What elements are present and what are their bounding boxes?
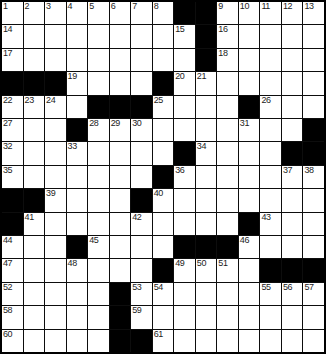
cell-r5c3[interactable]: 24: [45, 96, 66, 118]
clue-number-49: 49: [175, 259, 184, 268]
clue-number-46: 46: [240, 236, 249, 245]
black-cell-r9c7: [131, 189, 152, 211]
black-cell-r11c4: [67, 236, 88, 258]
cell-r9c12[interactable]: [239, 189, 260, 211]
cell-r5c15[interactable]: [303, 96, 324, 118]
cell-r10c3[interactable]: [45, 213, 66, 235]
cell-r6c11[interactable]: [217, 119, 238, 141]
clue-number-60: 60: [3, 330, 12, 339]
black-cell-r1c10: [196, 2, 217, 24]
cell-r6c6[interactable]: 29: [110, 119, 131, 141]
cell-r2c15[interactable]: [303, 25, 324, 47]
clue-number-23: 23: [25, 96, 34, 105]
cell-r4c9[interactable]: 20: [174, 72, 195, 94]
cell-r13c13[interactable]: 55: [260, 283, 281, 305]
cell-r9c13[interactable]: [260, 189, 281, 211]
clue-number-16: 16: [218, 25, 227, 34]
cell-r15c5[interactable]: [88, 330, 109, 352]
black-cell-r5c5: [88, 96, 109, 118]
cell-r2c14[interactable]: [282, 25, 303, 47]
black-cell-r3c10: [196, 49, 217, 71]
cell-r12c9[interactable]: 49: [174, 259, 195, 281]
clue-number-8: 8: [154, 2, 159, 11]
black-cell-r8c8: [153, 166, 174, 188]
clue-number-33: 33: [68, 142, 77, 151]
cell-r12c10[interactable]: 50: [196, 259, 217, 281]
cell-r8c2[interactable]: [24, 166, 45, 188]
clue-number-44: 44: [3, 236, 12, 245]
cell-r9c9[interactable]: [174, 189, 195, 211]
cell-r3c14[interactable]: [282, 49, 303, 71]
cell-r11c5[interactable]: 45: [88, 236, 109, 258]
clue-number-13: 13: [304, 2, 313, 11]
black-cell-r7c9: [174, 142, 195, 164]
cell-r2c7[interactable]: [131, 25, 152, 47]
black-cell-r5c7: [131, 96, 152, 118]
cell-r12c2[interactable]: [24, 259, 45, 281]
cell-r11c13[interactable]: [260, 236, 281, 258]
cell-r8c1[interactable]: 35: [2, 166, 23, 188]
black-cell-r5c12: [239, 96, 260, 118]
cell-r5c14[interactable]: [282, 96, 303, 118]
cell-r10c13[interactable]: 43: [260, 213, 281, 235]
cell-r1c11[interactable]: 9: [217, 2, 238, 24]
black-cell-r7c14: [282, 142, 303, 164]
cell-r9c14[interactable]: [282, 189, 303, 211]
cell-r1c14[interactable]: 12: [282, 2, 303, 24]
cell-r11c8[interactable]: [153, 236, 174, 258]
clue-number-31: 31: [240, 119, 249, 128]
cell-r3c13[interactable]: [260, 49, 281, 71]
cell-r2c6[interactable]: [110, 25, 131, 47]
clue-number-18: 18: [218, 49, 227, 58]
clue-number-47: 47: [3, 259, 12, 268]
clue-number-25: 25: [154, 96, 163, 105]
black-cell-r12c13: [260, 259, 281, 281]
clue-number-53: 53: [132, 283, 141, 292]
clue-number-59: 59: [132, 306, 141, 315]
cell-r14c9[interactable]: [174, 306, 195, 328]
cell-r13c10[interactable]: [196, 283, 217, 305]
cell-r14c1[interactable]: 58: [2, 306, 23, 328]
clue-number-24: 24: [46, 96, 55, 105]
clue-number-51: 51: [218, 259, 227, 268]
cell-r8c5[interactable]: [88, 166, 109, 188]
cell-r6c5[interactable]: 28: [88, 119, 109, 141]
cell-r5c2[interactable]: 23: [24, 96, 45, 118]
cell-r10c6[interactable]: [110, 213, 131, 235]
cell-r4c5[interactable]: [88, 72, 109, 94]
clue-number-9: 9: [218, 2, 223, 11]
cell-r15c2[interactable]: [24, 330, 45, 352]
cell-r5c1[interactable]: 22: [2, 96, 23, 118]
cell-r6c14[interactable]: [282, 119, 303, 141]
cell-r7c7[interactable]: [131, 142, 152, 164]
cell-r3c2[interactable]: [24, 49, 45, 71]
cell-r15c10[interactable]: [196, 330, 217, 352]
cell-r4c10[interactable]: 21: [196, 72, 217, 94]
cell-r1c4[interactable]: 4: [67, 2, 88, 24]
black-cell-r5c6: [110, 96, 131, 118]
cell-r6c9[interactable]: [174, 119, 195, 141]
cell-r1c5[interactable]: 5: [88, 2, 109, 24]
clue-number-2: 2: [25, 2, 30, 11]
cell-r4c6[interactable]: [110, 72, 131, 94]
clue-number-19: 19: [68, 72, 77, 81]
cell-r7c11[interactable]: [217, 142, 238, 164]
cell-r2c4[interactable]: [67, 25, 88, 47]
cell-r9c10[interactable]: [196, 189, 217, 211]
cell-r15c4[interactable]: [67, 330, 88, 352]
cell-r10c5[interactable]: [88, 213, 109, 235]
clue-number-52: 52: [3, 283, 12, 292]
clue-number-20: 20: [175, 72, 184, 81]
cell-r14c4[interactable]: [67, 306, 88, 328]
cell-r7c13[interactable]: [260, 142, 281, 164]
cell-r5c11[interactable]: [217, 96, 238, 118]
cell-r7c6[interactable]: [110, 142, 131, 164]
clue-number-37: 37: [283, 166, 292, 175]
cell-r13c11[interactable]: [217, 283, 238, 305]
cell-r14c3[interactable]: [45, 306, 66, 328]
clue-number-41: 41: [25, 213, 34, 222]
cell-r7c8[interactable]: [153, 142, 174, 164]
clue-number-56: 56: [283, 283, 292, 292]
clue-number-32: 32: [3, 142, 12, 151]
black-cell-r12c8: [153, 259, 174, 281]
cell-r1c15[interactable]: 13: [303, 2, 324, 24]
cell-r1c2[interactable]: 2: [24, 2, 45, 24]
cell-r12c1[interactable]: 47: [2, 259, 23, 281]
clue-number-50: 50: [197, 259, 206, 268]
cell-r15c15[interactable]: [303, 330, 324, 352]
cell-r14c7[interactable]: 59: [131, 306, 152, 328]
black-cell-r4c8: [153, 72, 174, 94]
cell-r7c1[interactable]: 32: [2, 142, 23, 164]
cell-r8c7[interactable]: [131, 166, 152, 188]
cell-r4c14[interactable]: [282, 72, 303, 94]
cell-r11c14[interactable]: [282, 236, 303, 258]
cell-r6c10[interactable]: [196, 119, 217, 141]
cell-r7c10[interactable]: 34: [196, 142, 217, 164]
clue-number-55: 55: [261, 283, 270, 292]
cell-r15c12[interactable]: [239, 330, 260, 352]
clue-number-11: 11: [261, 2, 270, 11]
cell-r2c12[interactable]: [239, 25, 260, 47]
clue-number-1: 1: [3, 2, 8, 11]
cell-r5c10[interactable]: [196, 96, 217, 118]
cell-r13c15[interactable]: 57: [303, 283, 324, 305]
clue-number-57: 57: [304, 283, 313, 292]
cell-r6c7[interactable]: 30: [131, 119, 152, 141]
cell-r3c11[interactable]: 18: [217, 49, 238, 71]
cell-r10c8[interactable]: [153, 213, 174, 235]
cell-r10c10[interactable]: [196, 213, 217, 235]
cell-r5c8[interactable]: 25: [153, 96, 174, 118]
cell-r15c1[interactable]: 60: [2, 330, 23, 352]
clue-number-3: 3: [46, 2, 51, 11]
cell-r8c12[interactable]: [239, 166, 260, 188]
cell-r6c12[interactable]: 31: [239, 119, 260, 141]
cell-r2c9[interactable]: 15: [174, 25, 195, 47]
black-cell-r12c15: [303, 259, 324, 281]
clue-number-12: 12: [283, 2, 292, 11]
cell-r10c11[interactable]: [217, 213, 238, 235]
clue-number-21: 21: [197, 72, 206, 81]
cell-r9c15[interactable]: [303, 189, 324, 211]
cell-r14c11[interactable]: [217, 306, 238, 328]
cell-r14c2[interactable]: [24, 306, 45, 328]
cell-r4c7[interactable]: [131, 72, 152, 94]
black-cell-r2c10: [196, 25, 217, 47]
cell-r8c14[interactable]: 37: [282, 166, 303, 188]
crossword-grid: 1234567891011121314151617181920212223242…: [0, 0, 326, 354]
cell-r7c5[interactable]: [88, 142, 109, 164]
black-cell-r15c7: [131, 330, 152, 352]
cell-r3c9[interactable]: [174, 49, 195, 71]
cell-r15c13[interactable]: [260, 330, 281, 352]
cell-r8c10[interactable]: [196, 166, 217, 188]
cell-r4c12[interactable]: [239, 72, 260, 94]
cell-r4c15[interactable]: [303, 72, 324, 94]
clue-number-5: 5: [89, 2, 94, 11]
cell-r5c13[interactable]: 26: [260, 96, 281, 118]
cell-r10c7[interactable]: 42: [131, 213, 152, 235]
cell-r13c9[interactable]: [174, 283, 195, 305]
cell-r7c3[interactable]: [45, 142, 66, 164]
cell-r1c8[interactable]: 8: [153, 2, 174, 24]
cell-r15c14[interactable]: [282, 330, 303, 352]
cell-r3c12[interactable]: [239, 49, 260, 71]
clue-number-36: 36: [175, 166, 184, 175]
black-cell-r1c9: [174, 2, 195, 24]
black-cell-r10c1: [2, 213, 23, 235]
cell-r2c8[interactable]: [153, 25, 174, 47]
cell-r11c15[interactable]: [303, 236, 324, 258]
clue-number-6: 6: [111, 2, 116, 11]
cell-r15c9[interactable]: [174, 330, 195, 352]
clue-number-45: 45: [89, 236, 98, 245]
cell-r10c9[interactable]: [174, 213, 195, 235]
clue-number-10: 10: [240, 2, 249, 11]
cell-r14c8[interactable]: [153, 306, 174, 328]
cell-r13c14[interactable]: 56: [282, 283, 303, 305]
cell-r14c15[interactable]: [303, 306, 324, 328]
cell-r8c9[interactable]: 36: [174, 166, 195, 188]
clue-number-29: 29: [111, 119, 120, 128]
cell-r3c1[interactable]: 17: [2, 49, 23, 71]
cell-r11c7[interactable]: [131, 236, 152, 258]
cell-r15c11[interactable]: [217, 330, 238, 352]
cell-r2c2[interactable]: [24, 25, 45, 47]
black-cell-r13c6: [110, 283, 131, 305]
cell-r11c1[interactable]: 44: [2, 236, 23, 258]
clue-number-58: 58: [3, 306, 12, 315]
clue-number-40: 40: [154, 189, 163, 198]
clue-number-61: 61: [154, 330, 163, 339]
cell-r12c5[interactable]: [88, 259, 109, 281]
cell-r3c6[interactable]: [110, 49, 131, 71]
cell-r11c2[interactable]: [24, 236, 45, 258]
clue-number-30: 30: [132, 119, 141, 128]
black-cell-r11c9: [174, 236, 195, 258]
cell-r4c11[interactable]: [217, 72, 238, 94]
cell-r10c15[interactable]: [303, 213, 324, 235]
cell-r11c6[interactable]: [110, 236, 131, 258]
cell-r6c13[interactable]: [260, 119, 281, 141]
cell-r14c14[interactable]: [282, 306, 303, 328]
cell-r12c4[interactable]: 48: [67, 259, 88, 281]
cell-r3c5[interactable]: [88, 49, 109, 71]
cell-r14c5[interactable]: [88, 306, 109, 328]
cell-r4c13[interactable]: [260, 72, 281, 94]
black-cell-r7c15: [303, 142, 324, 164]
clue-number-48: 48: [68, 259, 77, 268]
cell-r14c10[interactable]: [196, 306, 217, 328]
clue-number-4: 4: [68, 2, 73, 11]
cell-r14c12[interactable]: [239, 306, 260, 328]
black-cell-r15c6: [110, 330, 131, 352]
cell-r3c15[interactable]: [303, 49, 324, 71]
black-cell-r12c14: [282, 259, 303, 281]
clue-number-35: 35: [3, 166, 12, 175]
cell-r13c8[interactable]: 54: [153, 283, 174, 305]
cell-r12c12[interactable]: [239, 259, 260, 281]
cell-r5c4[interactable]: [67, 96, 88, 118]
cell-r11c3[interactable]: [45, 236, 66, 258]
clue-number-26: 26: [261, 96, 270, 105]
cell-r3c8[interactable]: [153, 49, 174, 71]
cell-r13c3[interactable]: [45, 283, 66, 305]
cell-r6c2[interactable]: [24, 119, 45, 141]
clue-number-39: 39: [46, 189, 55, 198]
clue-number-15: 15: [175, 25, 184, 34]
cell-r13c1[interactable]: 52: [2, 283, 23, 305]
cell-r10c2[interactable]: 41: [24, 213, 45, 235]
cell-r13c12[interactable]: [239, 283, 260, 305]
clue-number-7: 7: [132, 2, 137, 11]
cell-r13c5[interactable]: [88, 283, 109, 305]
cell-r8c6[interactable]: [110, 166, 131, 188]
cell-r14c13[interactable]: [260, 306, 281, 328]
cell-r1c13[interactable]: 11: [260, 2, 281, 24]
clue-number-28: 28: [89, 119, 98, 128]
black-cell-r11c10: [196, 236, 217, 258]
clue-number-34: 34: [197, 142, 206, 151]
cell-r8c3[interactable]: [45, 166, 66, 188]
cell-r7c2[interactable]: [24, 142, 45, 164]
crossword-puzzle: 1234567891011121314151617181920212223242…: [0, 0, 326, 354]
clue-number-38: 38: [304, 166, 313, 175]
cell-r8c11[interactable]: [217, 166, 238, 188]
cell-r2c1[interactable]: 14: [2, 25, 23, 47]
cell-r8c4[interactable]: [67, 166, 88, 188]
black-cell-r6c4: [67, 119, 88, 141]
black-cell-r4c2: [24, 72, 45, 94]
cell-r1c6[interactable]: 6: [110, 2, 131, 24]
cell-r12c3[interactable]: [45, 259, 66, 281]
cell-r1c7[interactable]: 7: [131, 2, 152, 24]
cell-r15c3[interactable]: [45, 330, 66, 352]
cell-r12c11[interactable]: 51: [217, 259, 238, 281]
black-cell-r9c1: [2, 189, 23, 211]
cell-r10c14[interactable]: [282, 213, 303, 235]
cell-r3c7[interactable]: [131, 49, 152, 71]
black-cell-r10c12: [239, 213, 260, 235]
black-cell-r9c2: [24, 189, 45, 211]
cell-r9c3[interactable]: 39: [45, 189, 66, 211]
cell-r2c13[interactable]: [260, 25, 281, 47]
clue-number-54: 54: [154, 283, 163, 292]
cell-r11c12[interactable]: 46: [239, 236, 260, 258]
clue-number-27: 27: [3, 119, 12, 128]
cell-r7c4[interactable]: 33: [67, 142, 88, 164]
cell-r6c8[interactable]: [153, 119, 174, 141]
cell-r9c5[interactable]: [88, 189, 109, 211]
cell-r10c4[interactable]: [67, 213, 88, 235]
black-cell-r11c11: [217, 236, 238, 258]
cell-r2c5[interactable]: [88, 25, 109, 47]
clue-number-42: 42: [132, 213, 141, 222]
cell-r3c3[interactable]: [45, 49, 66, 71]
cell-r9c6[interactable]: [110, 189, 131, 211]
cell-r5c9[interactable]: [174, 96, 195, 118]
cell-r7c12[interactable]: [239, 142, 260, 164]
cell-r13c2[interactable]: [24, 283, 45, 305]
cell-r12c7[interactable]: [131, 259, 152, 281]
clue-number-17: 17: [3, 49, 12, 58]
cell-r13c7[interactable]: 53: [131, 283, 152, 305]
cell-r4c4[interactable]: 19: [67, 72, 88, 94]
cell-r15c8[interactable]: 61: [153, 330, 174, 352]
black-cell-r14c6: [110, 306, 131, 328]
cell-r3c4[interactable]: [67, 49, 88, 71]
cell-r6c3[interactable]: [45, 119, 66, 141]
clue-number-22: 22: [3, 96, 12, 105]
black-cell-r6c15: [303, 119, 324, 141]
cell-r2c11[interactable]: 16: [217, 25, 238, 47]
clue-number-14: 14: [3, 25, 12, 34]
cell-r8c13[interactable]: [260, 166, 281, 188]
black-cell-r4c1: [2, 72, 23, 94]
cell-r12c6[interactable]: [110, 259, 131, 281]
cell-r1c1[interactable]: 1: [2, 2, 23, 24]
cell-r6c1[interactable]: 27: [2, 119, 23, 141]
cell-r1c3[interactable]: 3: [45, 2, 66, 24]
cell-r1c12[interactable]: 10: [239, 2, 260, 24]
cell-r9c8[interactable]: 40: [153, 189, 174, 211]
cell-r13c4[interactable]: [67, 283, 88, 305]
cell-r9c11[interactable]: [217, 189, 238, 211]
black-cell-r4c3: [45, 72, 66, 94]
clue-number-43: 43: [261, 213, 270, 222]
cell-r8c15[interactable]: 38: [303, 166, 324, 188]
cell-r2c3[interactable]: [45, 25, 66, 47]
cell-r9c4[interactable]: [67, 189, 88, 211]
